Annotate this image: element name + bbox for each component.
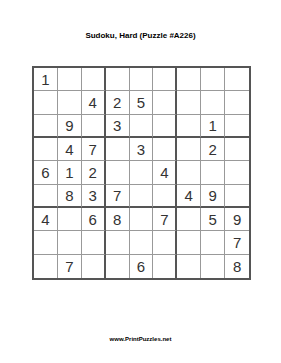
cell-r4c6[interactable] — [153, 138, 177, 161]
cell-r5c6[interactable]: 4 — [153, 161, 177, 184]
cell-r8c8[interactable] — [201, 231, 225, 254]
cell-r2c3[interactable]: 4 — [82, 91, 106, 114]
cell-r4c7[interactable] — [177, 138, 201, 161]
cell-r6c1[interactable] — [34, 185, 58, 208]
cell-r8c4[interactable] — [106, 231, 130, 254]
cell-r5c3[interactable]: 2 — [82, 161, 106, 184]
cell-r2c2[interactable] — [58, 91, 82, 114]
cell-r5c8[interactable] — [201, 161, 225, 184]
cell-r4c3[interactable]: 7 — [82, 138, 106, 161]
cell-r5c4[interactable] — [106, 161, 130, 184]
cell-r7c2[interactable] — [58, 208, 82, 231]
cell-r2c7[interactable] — [177, 91, 201, 114]
cell-r9c3[interactable] — [82, 255, 106, 278]
cell-r4c1[interactable] — [34, 138, 58, 161]
cell-r8c1[interactable] — [34, 231, 58, 254]
cell-r9c2[interactable]: 7 — [58, 255, 82, 278]
cell-r1c8[interactable] — [201, 68, 225, 91]
cell-r1c6[interactable] — [153, 68, 177, 91]
cell-r9c1[interactable] — [34, 255, 58, 278]
cell-r6c3[interactable]: 3 — [82, 185, 106, 208]
cell-r2c9[interactable] — [225, 91, 249, 114]
cell-r4c8[interactable]: 2 — [201, 138, 225, 161]
cell-r8c5[interactable] — [130, 231, 154, 254]
footer-url: www.PrintPuzzles.net — [0, 336, 281, 342]
cell-r6c9[interactable] — [225, 185, 249, 208]
cell-r2c1[interactable] — [34, 91, 58, 114]
cell-r8c3[interactable] — [82, 231, 106, 254]
cell-r2c6[interactable] — [153, 91, 177, 114]
cell-r9c8[interactable] — [201, 255, 225, 278]
cell-r2c8[interactable] — [201, 91, 225, 114]
cell-r7c9[interactable]: 9 — [225, 208, 249, 231]
cell-r1c2[interactable] — [58, 68, 82, 91]
cell-r8c7[interactable] — [177, 231, 201, 254]
cell-r5c9[interactable] — [225, 161, 249, 184]
cell-r1c5[interactable] — [130, 68, 154, 91]
cell-r3c9[interactable] — [225, 115, 249, 138]
cell-r3c8[interactable]: 1 — [201, 115, 225, 138]
cell-r2c4[interactable]: 2 — [106, 91, 130, 114]
cell-r4c9[interactable] — [225, 138, 249, 161]
cell-r5c7[interactable] — [177, 161, 201, 184]
cell-r3c7[interactable] — [177, 115, 201, 138]
cell-r6c2[interactable]: 8 — [58, 185, 82, 208]
cell-r7c6[interactable]: 7 — [153, 208, 177, 231]
cell-r4c2[interactable]: 4 — [58, 138, 82, 161]
cell-r1c3[interactable] — [82, 68, 106, 91]
cell-r7c1[interactable]: 4 — [34, 208, 58, 231]
cell-r9c5[interactable]: 6 — [130, 255, 154, 278]
cell-r8c6[interactable] — [153, 231, 177, 254]
cell-r9c7[interactable] — [177, 255, 201, 278]
cell-r1c7[interactable] — [177, 68, 201, 91]
cell-r4c5[interactable]: 3 — [130, 138, 154, 161]
cell-r3c5[interactable] — [130, 115, 154, 138]
cell-r7c4[interactable]: 8 — [106, 208, 130, 231]
cell-r3c4[interactable]: 3 — [106, 115, 130, 138]
cell-r6c8[interactable]: 9 — [201, 185, 225, 208]
cell-r7c7[interactable] — [177, 208, 201, 231]
cell-r6c7[interactable]: 4 — [177, 185, 201, 208]
cell-r1c1[interactable]: 1 — [34, 68, 58, 91]
cell-r2c5[interactable]: 5 — [130, 91, 154, 114]
cell-r8c9[interactable]: 7 — [225, 231, 249, 254]
cell-r4c4[interactable] — [106, 138, 130, 161]
page-title: Sudoku, Hard (Puzzle #A226) — [0, 31, 281, 40]
cell-r3c2[interactable]: 9 — [58, 115, 82, 138]
cell-r7c3[interactable]: 6 — [82, 208, 106, 231]
cell-r9c9[interactable]: 8 — [225, 255, 249, 278]
cell-r1c9[interactable] — [225, 68, 249, 91]
cell-r5c1[interactable]: 6 — [34, 161, 58, 184]
cell-r1c4[interactable] — [106, 68, 130, 91]
cell-r8c2[interactable] — [58, 231, 82, 254]
cell-r6c5[interactable] — [130, 185, 154, 208]
cell-r5c5[interactable] — [130, 161, 154, 184]
cell-r9c6[interactable] — [153, 255, 177, 278]
cell-r6c6[interactable] — [153, 185, 177, 208]
cell-r7c8[interactable]: 5 — [201, 208, 225, 231]
cell-r3c1[interactable] — [34, 115, 58, 138]
cell-r3c6[interactable] — [153, 115, 177, 138]
cell-r3c3[interactable] — [82, 115, 106, 138]
cell-r5c2[interactable]: 1 — [58, 161, 82, 184]
cell-r9c4[interactable] — [106, 255, 130, 278]
cell-r6c4[interactable]: 7 — [106, 185, 130, 208]
cell-r7c5[interactable] — [130, 208, 154, 231]
sudoku-grid: 142593147326124837494687597768 — [32, 66, 251, 280]
